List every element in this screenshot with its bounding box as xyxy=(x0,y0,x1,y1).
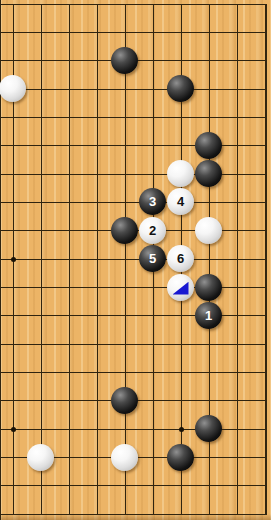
stone-black-p10[interactable]: 5 xyxy=(139,245,166,272)
stone-white-r11[interactable] xyxy=(195,217,222,244)
grid-line-vertical xyxy=(97,4,98,515)
stone-white-q10[interactable]: 6 xyxy=(167,245,194,272)
go-board[interactable]: 342561 xyxy=(0,0,271,520)
go-diagram: 342561 xyxy=(0,0,271,520)
move-number-label: 3 xyxy=(149,195,156,208)
stone-white-q13[interactable] xyxy=(167,160,194,187)
stone-black-o5[interactable] xyxy=(111,387,138,414)
stone-white-p11[interactable]: 2 xyxy=(139,217,166,244)
grid-line-vertical xyxy=(69,4,70,515)
move-number-label: 4 xyxy=(177,195,184,208)
stone-black-o11[interactable] xyxy=(111,217,138,244)
stone-black-r14[interactable] xyxy=(195,132,222,159)
grid-line-vertical xyxy=(237,4,238,515)
move-number-label: 2 xyxy=(149,224,156,237)
stone-black-r4[interactable] xyxy=(195,415,222,442)
stone-black-r9[interactable] xyxy=(195,274,222,301)
stone-white-k16[interactable] xyxy=(0,75,26,102)
grid-line-vertical xyxy=(41,4,42,515)
stone-white-o3[interactable] xyxy=(111,444,138,471)
move-number-label: 5 xyxy=(149,252,156,265)
star-point xyxy=(11,427,16,432)
move-number-label: 1 xyxy=(205,309,212,322)
stone-white-l3[interactable] xyxy=(27,444,54,471)
grid-line-vertical xyxy=(125,4,126,515)
crop-border-left xyxy=(0,0,1,520)
stone-black-r13[interactable] xyxy=(195,160,222,187)
board-bottom-edge xyxy=(0,514,271,520)
stone-black-q16[interactable] xyxy=(167,75,194,102)
move-number-label: 6 xyxy=(177,252,184,265)
star-point xyxy=(179,427,184,432)
star-point xyxy=(11,257,16,262)
stone-black-r8[interactable]: 1 xyxy=(195,302,222,329)
stone-black-o17[interactable] xyxy=(111,47,138,74)
stone-black-p12[interactable]: 3 xyxy=(139,188,166,215)
stone-white-q12[interactable]: 4 xyxy=(167,188,194,215)
triangle-marker-icon xyxy=(173,282,189,295)
stone-black-q3[interactable] xyxy=(167,444,194,471)
stone-white-q9[interactable] xyxy=(167,274,194,301)
grid-line-vertical xyxy=(265,4,267,515)
